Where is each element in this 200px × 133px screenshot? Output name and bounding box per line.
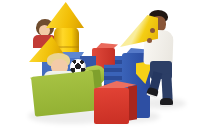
standing-boy-right-leg	[161, 74, 172, 100]
green-long-block-front-face	[31, 71, 97, 117]
red-cube-front-block	[94, 88, 129, 124]
foam-blocks-photo	[0, 0, 200, 133]
standing-boy-right-shoe	[160, 98, 173, 107]
standing-boy-hand	[150, 28, 155, 33]
yellow-roof-triangle-block	[46, 2, 84, 28]
standing-boy-hand	[147, 38, 152, 43]
red-cube-front-side-face	[128, 85, 137, 121]
